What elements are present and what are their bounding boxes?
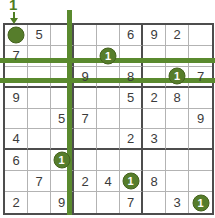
cell-r2c1: 7 <box>5 46 28 67</box>
cell-r6c8 <box>166 129 189 150</box>
cell-r4c2 <box>28 88 51 109</box>
cell-r6c4 <box>74 129 97 150</box>
cell-r6c2 <box>28 129 51 150</box>
cell-r8c4: 2 <box>74 171 97 192</box>
cell-r6c6: 2 <box>120 129 143 150</box>
cell-r8c5: 4 <box>97 171 120 192</box>
cell-r9c4 <box>74 192 97 213</box>
given-digit: 7 <box>35 175 42 188</box>
cell-r4c1: 9 <box>5 88 28 109</box>
cell-r4c9 <box>189 88 212 109</box>
cell-r5c9: 9 <box>189 109 212 130</box>
cell-r1c1 <box>5 25 28 46</box>
cell-r2c7 <box>143 46 166 67</box>
cell-r5c4: 7 <box>74 109 97 130</box>
cell-r4c4 <box>74 88 97 109</box>
given-digit: 3 <box>173 196 180 209</box>
cell-r2c4 <box>74 46 97 67</box>
target-placement-circle <box>8 26 25 43</box>
given-digit: 2 <box>173 28 180 41</box>
cell-r1c6: 6 <box>120 25 143 46</box>
given-digit: 4 <box>104 175 111 188</box>
given-digit: 7 <box>197 70 204 83</box>
cell-r9c5 <box>97 192 120 213</box>
cell-r4c6: 5 <box>120 88 143 109</box>
cell-r6c9 <box>189 129 212 150</box>
cell-r8c2: 7 <box>28 171 51 192</box>
cell-r7c7 <box>143 150 166 171</box>
given-one-circle: 1 <box>192 194 209 211</box>
given-digit: 2 <box>127 132 134 145</box>
cell-r2c9 <box>189 46 212 67</box>
cell-r4c5 <box>97 88 120 109</box>
cell-r2c6 <box>120 46 143 67</box>
cell-r7c6 <box>120 150 143 171</box>
cell-r1c4 <box>74 25 97 46</box>
given-one-circle: 1 <box>100 47 117 64</box>
down-arrow-head-icon <box>10 18 18 24</box>
given-digit: 7 <box>127 196 134 209</box>
given-digit: 8 <box>127 70 134 83</box>
given-one-circle: 1 <box>169 68 186 85</box>
cell-r6c5 <box>97 129 120 150</box>
given-digit: 3 <box>150 132 157 145</box>
given-digit: 7 <box>12 49 19 62</box>
given-digit: 4 <box>12 132 19 145</box>
cell-r4c8: 8 <box>166 88 189 109</box>
cell-r9c9: 1 <box>189 192 212 213</box>
given-digit: 2 <box>12 196 19 209</box>
given-digit: 9 <box>150 28 157 41</box>
given-digit: 7 <box>81 112 88 125</box>
cell-r6c7: 3 <box>143 129 166 150</box>
given-digit: 2 <box>150 91 157 104</box>
given-digit: 8 <box>173 91 180 104</box>
column-highlight-line-col3 <box>67 10 72 215</box>
cell-r5c1 <box>5 109 28 130</box>
given-digit: 2 <box>81 175 88 188</box>
cell-r2c5: 1 <box>97 46 120 67</box>
cell-r8c7: 8 <box>143 171 166 192</box>
given-one-circle: 1 <box>122 173 139 190</box>
cell-r2c8 <box>166 46 189 67</box>
given-digit: 9 <box>58 196 65 209</box>
cell-r8c8 <box>166 171 189 192</box>
cell-r1c9 <box>189 25 212 46</box>
cell-r9c7 <box>143 192 166 213</box>
cell-r7c4 <box>74 150 97 171</box>
cell-r1c7: 9 <box>143 25 166 46</box>
given-digit: 9 <box>81 70 88 83</box>
cell-r1c2: 5 <box>28 25 51 46</box>
cell-r7c8 <box>166 150 189 171</box>
given-digit: 5 <box>35 28 42 41</box>
sudoku-grid: 56927198179528579423617241829731 <box>3 23 214 215</box>
cell-r4c7: 2 <box>143 88 166 109</box>
given-digit: 5 <box>58 112 65 125</box>
given-one-circle: 1 <box>53 152 70 169</box>
given-digit: 5 <box>127 91 134 104</box>
cell-r9c1: 2 <box>5 192 28 213</box>
cell-r1c5 <box>97 25 120 46</box>
cell-r9c2 <box>28 192 51 213</box>
cell-r5c8 <box>166 109 189 130</box>
given-digit: 6 <box>12 154 19 167</box>
cell-r8c6: 1 <box>120 171 143 192</box>
cell-r6c1: 4 <box>5 129 28 150</box>
cell-r2c2 <box>28 46 51 67</box>
cell-r5c6 <box>120 109 143 130</box>
cell-r7c9 <box>189 150 212 171</box>
given-digit: 9 <box>12 91 19 104</box>
given-digit: 6 <box>127 28 134 41</box>
cell-r7c1: 6 <box>5 150 28 171</box>
cell-r8c1 <box>5 171 28 192</box>
given-digit: 9 <box>197 112 204 125</box>
cell-r5c5 <box>97 109 120 130</box>
cell-r5c2 <box>28 109 51 130</box>
cell-r9c6: 7 <box>120 192 143 213</box>
cell-r1c8: 2 <box>166 25 189 46</box>
cell-r7c2 <box>28 150 51 171</box>
given-digit: 8 <box>150 175 157 188</box>
cell-r7c5 <box>97 150 120 171</box>
cell-r8c9 <box>189 171 212 192</box>
placement-digit-label: 1 <box>9 0 17 12</box>
cell-r5c7 <box>143 109 166 130</box>
cell-r9c8: 3 <box>166 192 189 213</box>
sudoku-crosshatch-diagram: 1 56927198179528579423617241829731 <box>0 0 215 218</box>
